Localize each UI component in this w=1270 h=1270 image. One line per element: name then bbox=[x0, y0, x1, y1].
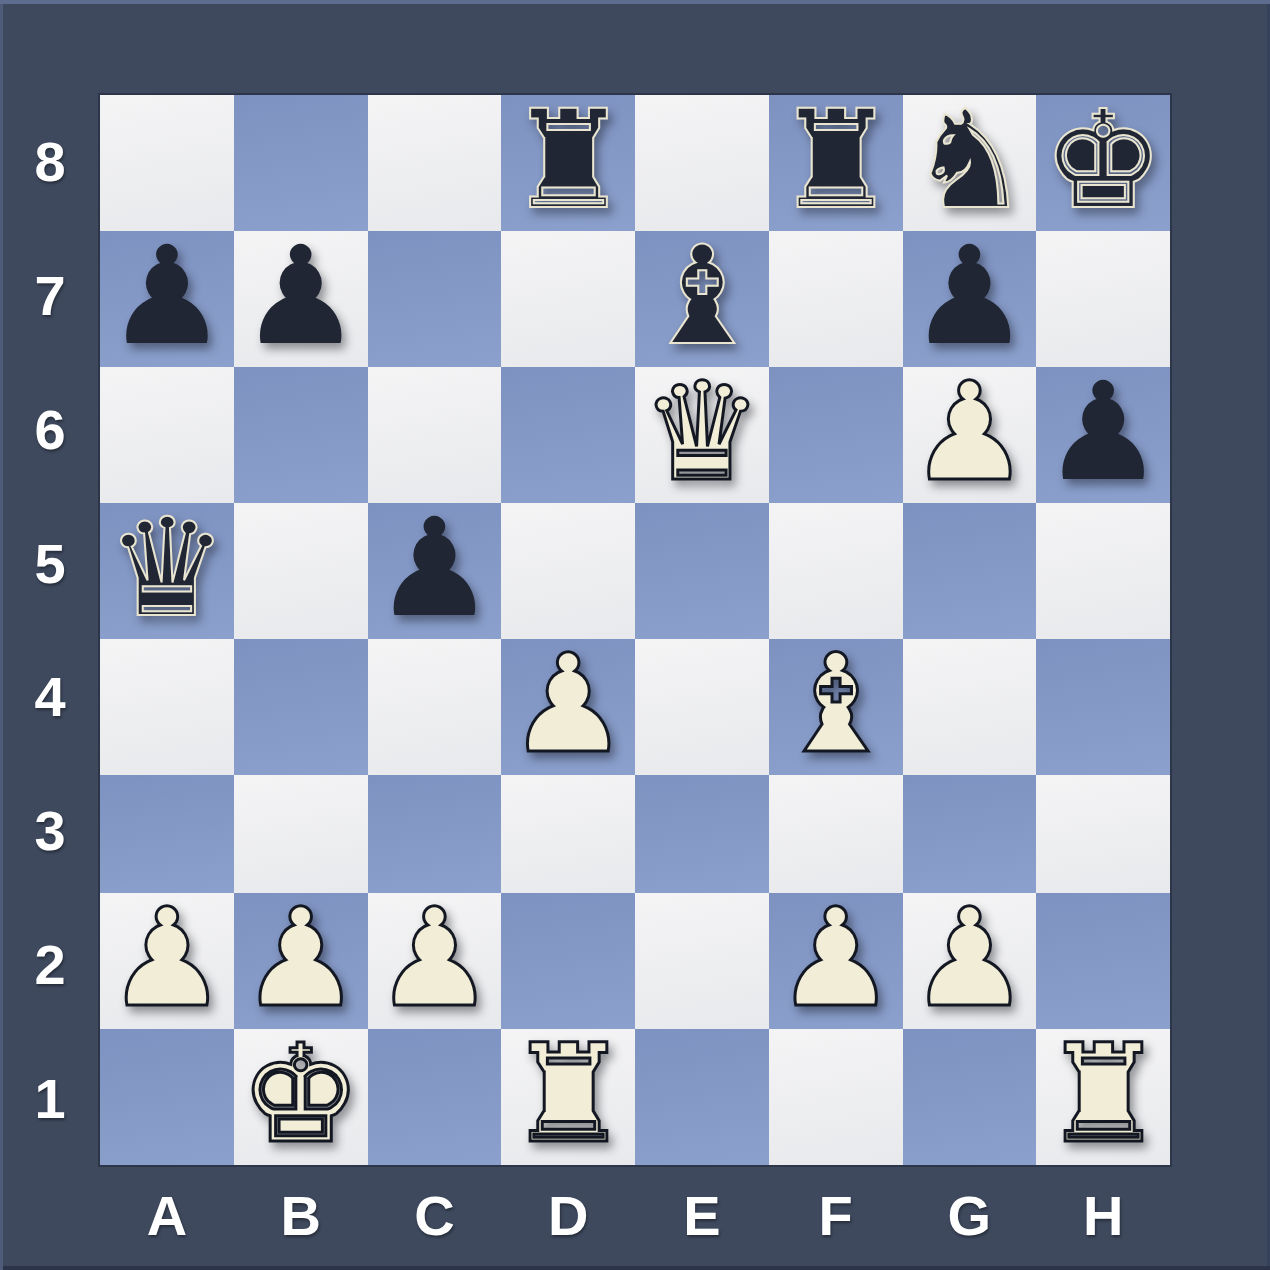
square-g6[interactable]: ♟︎ bbox=[903, 367, 1037, 503]
square-g5[interactable] bbox=[903, 503, 1037, 639]
piece-black-pawn[interactable]: ♟︎ bbox=[1042, 364, 1164, 500]
square-a6[interactable] bbox=[100, 367, 234, 503]
square-d1[interactable]: ♜ bbox=[501, 1029, 635, 1165]
square-e3[interactable] bbox=[635, 775, 769, 893]
square-f4[interactable]: ♝ bbox=[769, 639, 903, 775]
square-f3[interactable] bbox=[769, 775, 903, 893]
piece-black-pawn[interactable]: ♟︎ bbox=[373, 500, 495, 636]
piece-black-king[interactable]: ♚ bbox=[1042, 92, 1164, 228]
piece-black-rook[interactable]: ♜ bbox=[775, 92, 897, 228]
piece-white-rook[interactable]: ♜ bbox=[1042, 1026, 1164, 1162]
square-g2[interactable]: ♟︎ bbox=[903, 893, 1037, 1029]
square-b5[interactable] bbox=[234, 503, 368, 639]
piece-white-bishop[interactable]: ♝ bbox=[775, 636, 897, 772]
piece-black-bishop[interactable]: ♝ bbox=[641, 228, 763, 364]
piece-white-pawn[interactable]: ♟︎ bbox=[507, 636, 629, 772]
piece-white-pawn[interactable]: ♟︎ bbox=[106, 890, 228, 1026]
square-d3[interactable] bbox=[501, 775, 635, 893]
piece-white-king[interactable]: ♚ bbox=[240, 1026, 362, 1162]
piece-white-pawn[interactable]: ♟︎ bbox=[908, 364, 1030, 500]
square-b4[interactable] bbox=[234, 639, 368, 775]
square-c4[interactable] bbox=[368, 639, 502, 775]
piece-white-pawn[interactable]: ♟︎ bbox=[775, 890, 897, 1026]
square-d7[interactable] bbox=[501, 231, 635, 367]
square-e2[interactable] bbox=[635, 893, 769, 1029]
piece-white-rook[interactable]: ♜ bbox=[507, 1026, 629, 1162]
rank-label-2: 2 bbox=[0, 898, 100, 1032]
piece-black-knight[interactable]: ♞ bbox=[908, 92, 1030, 228]
piece-black-rook[interactable]: ♜ bbox=[507, 92, 629, 228]
file-label-c: C bbox=[368, 1165, 502, 1266]
square-g8[interactable]: ♞ bbox=[903, 95, 1037, 231]
square-a8[interactable] bbox=[100, 95, 234, 231]
rank-label-8: 8 bbox=[0, 95, 100, 229]
rank-label-4: 4 bbox=[0, 630, 100, 764]
square-c7[interactable] bbox=[368, 231, 502, 367]
square-e6[interactable]: ♛ bbox=[635, 367, 769, 503]
square-d6[interactable] bbox=[501, 367, 635, 503]
rank-label-1: 1 bbox=[0, 1031, 100, 1165]
file-label-e: E bbox=[635, 1165, 769, 1266]
square-a7[interactable]: ♟︎ bbox=[100, 231, 234, 367]
square-h4[interactable] bbox=[1036, 639, 1170, 775]
square-b6[interactable] bbox=[234, 367, 368, 503]
chessboard: ♜♜♞♚♟︎♟︎♝♟︎♛♟︎♟︎♛♟︎♟︎♝♟︎♟︎♟︎♟︎♟︎♚♜♜ bbox=[100, 95, 1170, 1165]
piece-black-pawn[interactable]: ♟︎ bbox=[908, 228, 1030, 364]
piece-black-pawn[interactable]: ♟︎ bbox=[106, 228, 228, 364]
square-e4[interactable] bbox=[635, 639, 769, 775]
piece-black-pawn[interactable]: ♟︎ bbox=[240, 228, 362, 364]
square-a5[interactable]: ♛ bbox=[100, 503, 234, 639]
square-e7[interactable]: ♝ bbox=[635, 231, 769, 367]
square-e1[interactable] bbox=[635, 1029, 769, 1165]
square-e5[interactable] bbox=[635, 503, 769, 639]
file-label-a: A bbox=[100, 1165, 234, 1266]
square-g4[interactable] bbox=[903, 639, 1037, 775]
square-h2[interactable] bbox=[1036, 893, 1170, 1029]
piece-white-pawn[interactable]: ♟︎ bbox=[240, 890, 362, 1026]
square-b1[interactable]: ♚ bbox=[234, 1029, 368, 1165]
file-label-d: D bbox=[501, 1165, 635, 1266]
square-c6[interactable] bbox=[368, 367, 502, 503]
square-b2[interactable]: ♟︎ bbox=[234, 893, 368, 1029]
square-a3[interactable] bbox=[100, 775, 234, 893]
square-c2[interactable]: ♟︎ bbox=[368, 893, 502, 1029]
file-label-g: G bbox=[903, 1165, 1037, 1266]
square-b8[interactable] bbox=[234, 95, 368, 231]
piece-white-pawn[interactable]: ♟︎ bbox=[908, 890, 1030, 1026]
square-f2[interactable]: ♟︎ bbox=[769, 893, 903, 1029]
square-h7[interactable] bbox=[1036, 231, 1170, 367]
square-h1[interactable]: ♜ bbox=[1036, 1029, 1170, 1165]
file-label-f: F bbox=[769, 1165, 903, 1266]
square-e8[interactable] bbox=[635, 95, 769, 231]
square-f5[interactable] bbox=[769, 503, 903, 639]
square-d4[interactable]: ♟︎ bbox=[501, 639, 635, 775]
square-h3[interactable] bbox=[1036, 775, 1170, 893]
square-c8[interactable] bbox=[368, 95, 502, 231]
square-c1[interactable] bbox=[368, 1029, 502, 1165]
square-f1[interactable] bbox=[769, 1029, 903, 1165]
piece-black-queen[interactable]: ♛ bbox=[106, 500, 228, 636]
square-f6[interactable] bbox=[769, 367, 903, 503]
square-f8[interactable]: ♜ bbox=[769, 95, 903, 231]
rank-labels: 87654321 bbox=[0, 95, 100, 1165]
square-b7[interactable]: ♟︎ bbox=[234, 231, 368, 367]
square-a4[interactable] bbox=[100, 639, 234, 775]
square-d5[interactable] bbox=[501, 503, 635, 639]
square-c5[interactable]: ♟︎ bbox=[368, 503, 502, 639]
rank-label-6: 6 bbox=[0, 363, 100, 497]
piece-white-pawn[interactable]: ♟︎ bbox=[373, 890, 495, 1026]
square-d8[interactable]: ♜ bbox=[501, 95, 635, 231]
square-h8[interactable]: ♚ bbox=[1036, 95, 1170, 231]
square-a1[interactable] bbox=[100, 1029, 234, 1165]
square-h5[interactable] bbox=[1036, 503, 1170, 639]
square-b3[interactable] bbox=[234, 775, 368, 893]
rank-label-7: 7 bbox=[0, 229, 100, 363]
file-label-b: B bbox=[234, 1165, 368, 1266]
square-h6[interactable]: ♟︎ bbox=[1036, 367, 1170, 503]
rank-label-3: 3 bbox=[0, 764, 100, 898]
square-d2[interactable] bbox=[501, 893, 635, 1029]
square-c3[interactable] bbox=[368, 775, 502, 893]
square-g1[interactable] bbox=[903, 1029, 1037, 1165]
file-labels: ABCDEFGH bbox=[100, 1165, 1170, 1266]
file-label-h: H bbox=[1036, 1165, 1170, 1266]
square-a2[interactable]: ♟︎ bbox=[100, 893, 234, 1029]
square-g3[interactable] bbox=[903, 775, 1037, 893]
rank-label-5: 5 bbox=[0, 496, 100, 630]
piece-white-queen[interactable]: ♛ bbox=[641, 364, 763, 500]
chessboard-frame: 87654321 ♜♜♞♚♟︎♟︎♝♟︎♛♟︎♟︎♛♟︎♟︎♝♟︎♟︎♟︎♟︎♟… bbox=[0, 0, 1270, 1270]
square-g7[interactable]: ♟︎ bbox=[903, 231, 1037, 367]
square-f7[interactable] bbox=[769, 231, 903, 367]
